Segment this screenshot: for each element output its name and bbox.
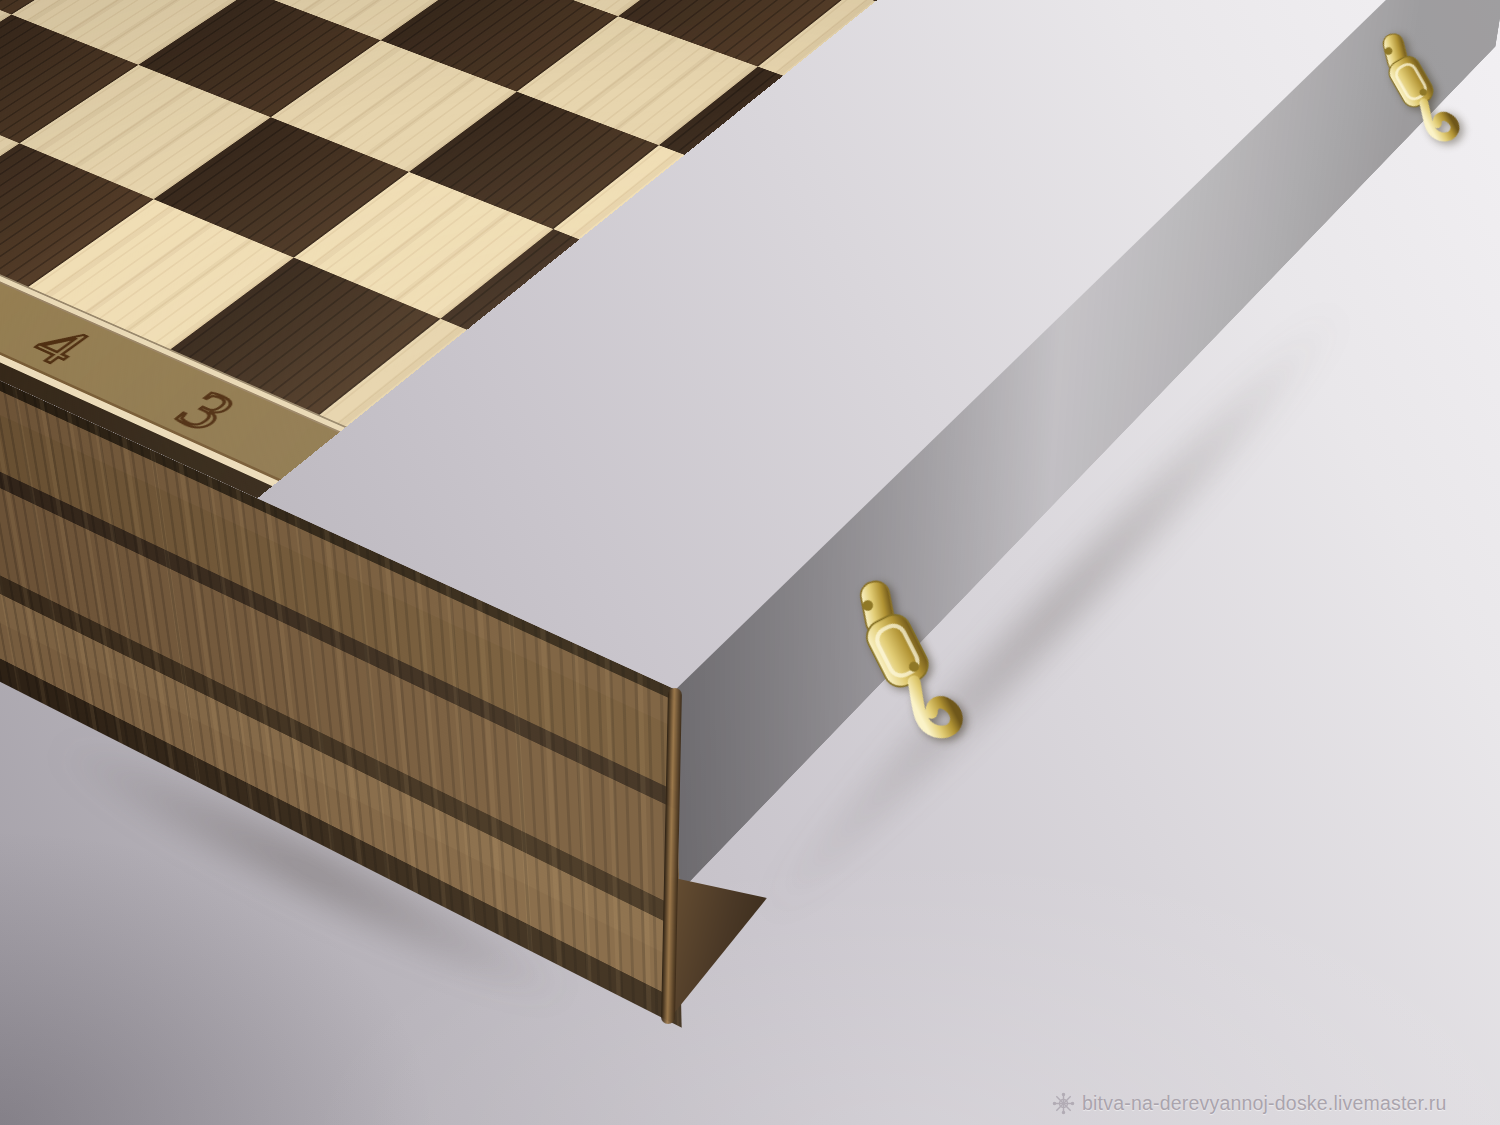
square-b7: [0, 0, 11, 90]
square-d4: [381, 0, 618, 92]
square-d1: [807, 119, 1056, 260]
square-a2: [320, 319, 595, 484]
square-c5: [138, 0, 380, 117]
square-a3: [171, 258, 441, 415]
square-b2: [440, 229, 704, 383]
watermark-text: bitva-na-derevyannoj-doske.livemaster.ru: [1082, 1092, 1447, 1115]
square-e1: [904, 42, 1144, 174]
square-e3: [618, 0, 851, 67]
photo-backdrop: ABCDEF1234: [0, 0, 1500, 1125]
square-b5: [20, 65, 271, 199]
square-c7: [0, 0, 125, 15]
square-f2: [851, 0, 1079, 42]
square-c1: [704, 201, 962, 351]
square-f1: [994, 0, 1226, 93]
square-d5: [250, 0, 484, 40]
square-b1: [594, 289, 862, 450]
square-c2: [553, 145, 807, 289]
box-foot-corner: [663, 876, 767, 1014]
square-e2: [758, 0, 994, 119]
board-labels: ABCDEF1234: [0, 0, 365, 80]
square-a5: [0, 143, 154, 286]
chess-board-box: ABCDEF1234: [0, 0, 1500, 690]
square-b3: [294, 172, 554, 319]
square-g1: [1079, 0, 1303, 18]
square-c4: [271, 40, 517, 172]
square-a6: [0, 90, 20, 227]
snowflake-icon: [1052, 1092, 1075, 1115]
square-b4: [154, 117, 409, 257]
square-e4: [484, 0, 713, 16]
square-d2: [659, 67, 904, 202]
square-c6: [11, 0, 250, 65]
square-b6: [0, 15, 138, 144]
square-d3: [517, 16, 758, 145]
watermark: bitva-na-derevyannoj-doske.livemaster.ru: [1052, 1092, 1447, 1115]
square-a1: [476, 383, 755, 556]
square-c3: [409, 92, 659, 229]
square-a4: [29, 199, 294, 349]
